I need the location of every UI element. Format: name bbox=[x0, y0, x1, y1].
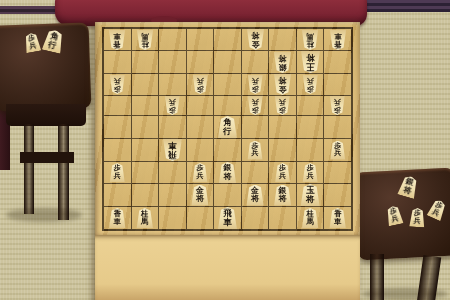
piece-桂馬-gote[interactable]: 桂馬 bbox=[301, 30, 319, 50]
square-9d[interactable] bbox=[104, 96, 131, 115]
piece-桂馬-gote[interactable]: 桂馬 bbox=[136, 30, 154, 50]
piece-歩兵-gote[interactable]: 歩兵 bbox=[274, 96, 291, 115]
square-9a[interactable]: 香車 bbox=[104, 29, 131, 50]
square-1e[interactable] bbox=[324, 116, 351, 138]
square-5b[interactable] bbox=[214, 51, 241, 73]
square-8d[interactable] bbox=[132, 96, 159, 115]
square-3i[interactable] bbox=[269, 207, 296, 229]
square-7d[interactable]: 歩兵 bbox=[159, 96, 186, 115]
piece-銀将-sente[interactable]: 銀将 bbox=[273, 185, 292, 206]
left-stool-crossbar bbox=[20, 152, 74, 163]
square-4h[interactable]: 金将 bbox=[242, 184, 269, 206]
tatami-trim-right bbox=[354, 0, 450, 12]
square-6c[interactable]: 歩兵 bbox=[187, 74, 214, 95]
piece-歩兵-gote[interactable]: 歩兵 bbox=[192, 75, 209, 94]
square-6a[interactable] bbox=[187, 29, 214, 50]
square-4f[interactable]: 歩兵 bbox=[242, 139, 269, 161]
square-4b[interactable] bbox=[242, 51, 269, 73]
piece-歩兵-gote[interactable]: 歩兵 bbox=[302, 75, 319, 94]
piece-銀将-gote[interactable]: 銀将 bbox=[273, 52, 292, 73]
square-3f[interactable] bbox=[269, 139, 296, 161]
square-5f[interactable] bbox=[214, 139, 241, 161]
piece-歩兵-sente[interactable]: 歩兵 bbox=[274, 163, 291, 182]
piece-角行-sente[interactable]: 角行 bbox=[217, 116, 238, 138]
shogi-board: 香車桂馬金将桂馬香車銀将王将歩兵歩兵歩兵金将歩兵歩兵歩兵歩兵歩兵角行飛車歩兵歩兵… bbox=[102, 27, 353, 231]
square-9c[interactable]: 歩兵 bbox=[104, 74, 131, 95]
square-7a[interactable] bbox=[159, 29, 186, 50]
piece-歩兵-sente[interactable]: 歩兵 bbox=[329, 141, 346, 160]
square-8f[interactable] bbox=[132, 139, 159, 161]
square-1f[interactable]: 歩兵 bbox=[324, 139, 351, 161]
piece-歩兵-gote[interactable]: 歩兵 bbox=[329, 96, 346, 115]
square-5a[interactable] bbox=[214, 29, 241, 50]
square-5h[interactable] bbox=[214, 184, 241, 206]
piece-飛車-gote[interactable]: 飛車 bbox=[162, 139, 183, 161]
square-3e[interactable] bbox=[269, 116, 296, 138]
square-6h[interactable]: 金将 bbox=[187, 184, 214, 206]
square-9h[interactable] bbox=[104, 184, 131, 206]
piece-玉将-sente[interactable]: 玉将 bbox=[300, 184, 321, 206]
square-1a[interactable]: 香車 bbox=[324, 29, 351, 50]
square-4d[interactable]: 歩兵 bbox=[242, 96, 269, 115]
piece-飛車-sente[interactable]: 飛車 bbox=[217, 207, 238, 229]
square-6e[interactable] bbox=[187, 116, 214, 138]
square-2d[interactable] bbox=[297, 96, 324, 115]
left-stool-side bbox=[6, 104, 86, 126]
square-6g[interactable]: 歩兵 bbox=[187, 162, 214, 183]
square-1i[interactable]: 香車 bbox=[324, 207, 351, 229]
square-8i[interactable]: 桂馬 bbox=[132, 207, 159, 229]
square-9e[interactable] bbox=[104, 116, 131, 138]
piece-王将-gote[interactable]: 王将 bbox=[300, 51, 321, 73]
piece-桂馬-sente[interactable]: 桂馬 bbox=[136, 208, 154, 228]
square-4i[interactable] bbox=[242, 207, 269, 229]
square-1b[interactable] bbox=[324, 51, 351, 73]
square-2i[interactable]: 桂馬 bbox=[297, 207, 324, 229]
piece-歩兵-gote[interactable]: 歩兵 bbox=[109, 75, 126, 94]
piece-香車-sente[interactable]: 香車 bbox=[329, 208, 347, 228]
square-2g[interactable]: 歩兵 bbox=[297, 162, 324, 183]
square-5e[interactable]: 角行 bbox=[214, 116, 241, 138]
square-5i[interactable]: 飛車 bbox=[214, 207, 241, 229]
square-3d[interactable]: 歩兵 bbox=[269, 96, 296, 115]
left-stool-leg bbox=[58, 124, 69, 220]
square-7i[interactable] bbox=[159, 207, 186, 229]
square-7b[interactable] bbox=[159, 51, 186, 73]
square-2f[interactable] bbox=[297, 139, 324, 161]
square-3c[interactable]: 金将 bbox=[269, 74, 296, 95]
piece-歩兵-sente[interactable]: 歩兵 bbox=[247, 141, 264, 160]
piece-香車-gote[interactable]: 香車 bbox=[108, 30, 126, 50]
square-8g[interactable] bbox=[132, 162, 159, 183]
left-stool-shadow bbox=[6, 208, 82, 222]
square-3h[interactable]: 銀将 bbox=[269, 184, 296, 206]
square-7h[interactable] bbox=[159, 184, 186, 206]
square-9g[interactable]: 歩兵 bbox=[104, 162, 131, 183]
left-stool-leg bbox=[24, 124, 34, 214]
left-komadai-stool bbox=[0, 22, 91, 111]
square-2e[interactable] bbox=[297, 116, 324, 138]
piece-香車-sente[interactable]: 香車 bbox=[108, 208, 126, 228]
square-1h[interactable] bbox=[324, 184, 351, 206]
square-4a[interactable]: 金将 bbox=[242, 29, 269, 50]
shogi-board-table: 香車桂馬金将桂馬香車銀将王将歩兵歩兵歩兵金将歩兵歩兵歩兵歩兵歩兵角行飛車歩兵歩兵… bbox=[95, 22, 360, 292]
right-stool-leg bbox=[370, 254, 384, 300]
square-4c[interactable]: 歩兵 bbox=[242, 74, 269, 95]
square-1g[interactable] bbox=[324, 162, 351, 183]
square-8c[interactable] bbox=[132, 74, 159, 95]
square-9b[interactable] bbox=[104, 51, 131, 73]
piece-桂馬-sente[interactable]: 桂馬 bbox=[301, 208, 319, 228]
square-6f[interactable] bbox=[187, 139, 214, 161]
square-1d[interactable]: 歩兵 bbox=[324, 96, 351, 115]
square-5d[interactable] bbox=[214, 96, 241, 115]
square-9f[interactable] bbox=[104, 139, 131, 161]
piece-歩兵-gote[interactable]: 歩兵 bbox=[247, 96, 264, 115]
square-7f[interactable]: 飛車 bbox=[159, 139, 186, 161]
square-5c[interactable] bbox=[214, 74, 241, 95]
square-2b[interactable]: 王将 bbox=[297, 51, 324, 73]
scene: 香車桂馬金将桂馬香車銀将王将歩兵歩兵歩兵金将歩兵歩兵歩兵歩兵歩兵角行飛車歩兵歩兵… bbox=[0, 0, 450, 300]
piece-銀将-sente[interactable]: 銀将 bbox=[218, 162, 237, 183]
square-2c[interactable]: 歩兵 bbox=[297, 74, 324, 95]
piece-金将-gote[interactable]: 金将 bbox=[273, 74, 292, 95]
square-2h[interactable]: 玉将 bbox=[297, 184, 324, 206]
square-8b[interactable] bbox=[132, 51, 159, 73]
piece-歩兵-gote[interactable]: 歩兵 bbox=[247, 75, 264, 94]
square-8e[interactable] bbox=[132, 116, 159, 138]
piece-金将-sente[interactable]: 金将 bbox=[190, 185, 209, 206]
square-6i[interactable] bbox=[187, 207, 214, 229]
square-4e[interactable] bbox=[242, 116, 269, 138]
square-8a[interactable]: 桂馬 bbox=[132, 29, 159, 50]
piece-香車-gote[interactable]: 香車 bbox=[329, 30, 347, 50]
square-5g[interactable]: 銀将 bbox=[214, 162, 241, 183]
piece-歩兵-sente[interactable]: 歩兵 bbox=[192, 163, 209, 182]
square-1c[interactable] bbox=[324, 74, 351, 95]
piece-金将-sente[interactable]: 金将 bbox=[246, 185, 265, 206]
piece-歩兵-sente[interactable]: 歩兵 bbox=[302, 163, 319, 182]
square-3g[interactable]: 歩兵 bbox=[269, 162, 296, 183]
board-top-surface: 香車桂馬金将桂馬香車銀将王将歩兵歩兵歩兵金将歩兵歩兵歩兵歩兵歩兵角行飛車歩兵歩兵… bbox=[95, 22, 360, 235]
square-8h[interactable] bbox=[132, 184, 159, 206]
square-6d[interactable] bbox=[187, 96, 214, 115]
square-9i[interactable]: 香車 bbox=[104, 207, 131, 229]
board-front-face bbox=[95, 235, 360, 300]
tatami-trim-left bbox=[0, 6, 60, 14]
square-4g[interactable] bbox=[242, 162, 269, 183]
piece-歩兵-sente[interactable]: 歩兵 bbox=[109, 163, 126, 182]
piece-歩兵-gote[interactable]: 歩兵 bbox=[164, 96, 181, 115]
square-2a[interactable]: 桂馬 bbox=[297, 29, 324, 50]
square-3b[interactable]: 銀将 bbox=[269, 51, 296, 73]
square-7c[interactable] bbox=[159, 74, 186, 95]
square-6b[interactable] bbox=[187, 51, 214, 73]
piece-金将-gote[interactable]: 金将 bbox=[246, 29, 265, 50]
square-7g[interactable] bbox=[159, 162, 186, 183]
square-3a[interactable] bbox=[269, 29, 296, 50]
square-7e[interactable] bbox=[159, 116, 186, 138]
